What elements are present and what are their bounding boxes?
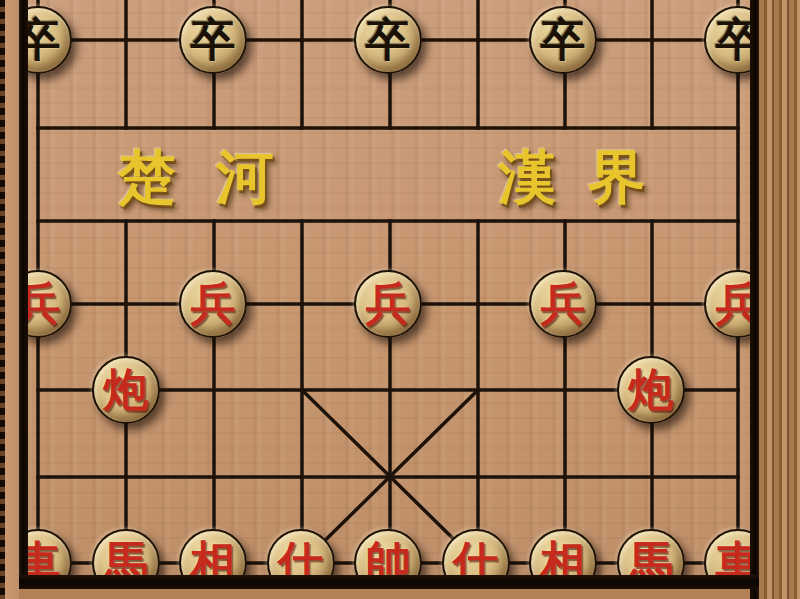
piece-red-f8r8[interactable]: 炮 bbox=[617, 356, 685, 424]
piece-glyph: 卒 bbox=[191, 17, 236, 62]
piece-black-f5r4[interactable]: 卒 bbox=[354, 6, 422, 74]
pieces-layer: 卒卒卒卒卒兵兵兵兵炮炮兵車馬相仕帥仕相馬車 bbox=[0, 0, 782, 599]
piece-glyph: 兵 bbox=[366, 281, 411, 326]
piece-glyph: 卒 bbox=[541, 17, 586, 62]
piece-red-f2r8[interactable]: 炮 bbox=[92, 356, 160, 424]
board-frame-wood-left bbox=[5, 0, 19, 599]
board-frame-wood-right bbox=[759, 0, 800, 599]
board-frame-line-bottom bbox=[19, 575, 759, 589]
piece-glyph: 炮 bbox=[628, 367, 673, 412]
piece-red-f5r7[interactable]: 兵 bbox=[354, 270, 422, 338]
piece-black-f3r4[interactable]: 卒 bbox=[179, 6, 247, 74]
piece-red-f3r7[interactable]: 兵 bbox=[179, 270, 247, 338]
piece-glyph: 卒 bbox=[366, 17, 411, 62]
piece-black-f7r4[interactable]: 卒 bbox=[529, 6, 597, 74]
piece-glyph: 炮 bbox=[103, 367, 148, 412]
piece-glyph: 兵 bbox=[191, 281, 236, 326]
xiangqi-board: 楚 河 漢 界 卒卒卒卒卒兵兵兵兵炮炮兵車馬相仕帥仕相馬車 bbox=[0, 0, 800, 599]
piece-glyph: 兵 bbox=[541, 281, 586, 326]
board-frame-wood-bottom bbox=[19, 589, 750, 599]
piece-red-f7r7[interactable]: 兵 bbox=[529, 270, 597, 338]
board-frame-line-right bbox=[750, 0, 759, 599]
board-frame-line-left bbox=[19, 0, 28, 599]
